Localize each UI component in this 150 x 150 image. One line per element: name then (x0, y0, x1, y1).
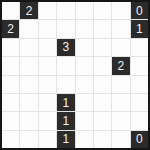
white-cell-r1c6[interactable] (112, 20, 129, 37)
black-clue-cell-r1c7: 1 (131, 20, 148, 37)
white-cell-r3c2[interactable] (39, 57, 56, 74)
white-cell-r5c0[interactable] (2, 94, 19, 111)
white-cell-r5c7[interactable] (131, 94, 148, 111)
white-cell-r7c5[interactable] (94, 131, 111, 148)
white-cell-r3c7[interactable] (131, 57, 148, 74)
white-cell-r5c1[interactable] (20, 94, 37, 111)
white-cell-r4c4[interactable] (76, 76, 93, 93)
white-cell-r6c7[interactable] (131, 112, 148, 129)
white-cell-r7c2[interactable] (39, 131, 56, 148)
akari-board: 2021321110 (0, 0, 150, 150)
white-cell-r2c0[interactable] (2, 39, 19, 56)
white-cell-r4c0[interactable] (2, 76, 19, 93)
white-cell-r2c5[interactable] (94, 39, 111, 56)
white-cell-r6c0[interactable] (2, 112, 19, 129)
white-cell-r4c6[interactable] (112, 76, 129, 93)
white-cell-r2c4[interactable] (76, 39, 93, 56)
white-cell-r6c2[interactable] (39, 112, 56, 129)
white-cell-r7c6[interactable] (112, 131, 129, 148)
white-cell-r4c3[interactable] (57, 76, 74, 93)
white-cell-r3c0[interactable] (2, 57, 19, 74)
black-clue-cell-r0c1: 2 (20, 2, 37, 19)
white-cell-r7c4[interactable] (76, 131, 93, 148)
black-clue-cell-r5c3: 1 (57, 94, 74, 111)
white-cell-r4c5[interactable] (94, 76, 111, 93)
black-clue-cell-r3c6: 2 (112, 57, 129, 74)
white-cell-r2c2[interactable] (39, 39, 56, 56)
white-cell-r1c3[interactable] (57, 20, 74, 37)
white-cell-r6c5[interactable] (94, 112, 111, 129)
white-cell-r6c1[interactable] (20, 112, 37, 129)
white-cell-r6c4[interactable] (76, 112, 93, 129)
white-cell-r0c0[interactable] (2, 2, 19, 19)
black-clue-cell-r0c7: 0 (131, 2, 148, 19)
white-cell-r0c2[interactable] (39, 2, 56, 19)
white-cell-r5c5[interactable] (94, 94, 111, 111)
puzzle-board-wrapper: 2021321110 (0, 0, 150, 150)
white-cell-r0c3[interactable] (57, 2, 74, 19)
black-clue-cell-r2c3: 3 (57, 39, 74, 56)
white-cell-r0c4[interactable] (76, 2, 93, 19)
white-cell-r1c1[interactable] (20, 20, 37, 37)
white-cell-r6c6[interactable] (112, 112, 129, 129)
white-cell-r2c1[interactable] (20, 39, 37, 56)
white-cell-r4c1[interactable] (20, 76, 37, 93)
white-cell-r5c2[interactable] (39, 94, 56, 111)
white-cell-r7c0[interactable] (2, 131, 19, 148)
white-cell-r3c4[interactable] (76, 57, 93, 74)
white-cell-r5c6[interactable] (112, 94, 129, 111)
white-cell-r1c2[interactable] (39, 20, 56, 37)
white-cell-r0c5[interactable] (94, 2, 111, 19)
white-cell-r7c1[interactable] (20, 131, 37, 148)
white-cell-r3c1[interactable] (20, 57, 37, 74)
white-cell-r1c5[interactable] (94, 20, 111, 37)
white-cell-r4c7[interactable] (131, 76, 148, 93)
white-cell-r3c5[interactable] (94, 57, 111, 74)
white-cell-r2c6[interactable] (112, 39, 129, 56)
white-cell-r5c4[interactable] (76, 94, 93, 111)
black-clue-cell-r6c3: 1 (57, 112, 74, 129)
white-cell-r3c3[interactable] (57, 57, 74, 74)
black-clue-cell-r1c0: 2 (2, 20, 19, 37)
white-cell-r2c7[interactable] (131, 39, 148, 56)
white-cell-r0c6[interactable] (112, 2, 129, 19)
black-clue-cell-r7c3: 1 (57, 131, 74, 148)
white-cell-r4c2[interactable] (39, 76, 56, 93)
black-clue-cell-r7c7: 0 (131, 131, 148, 148)
white-cell-r1c4[interactable] (76, 20, 93, 37)
